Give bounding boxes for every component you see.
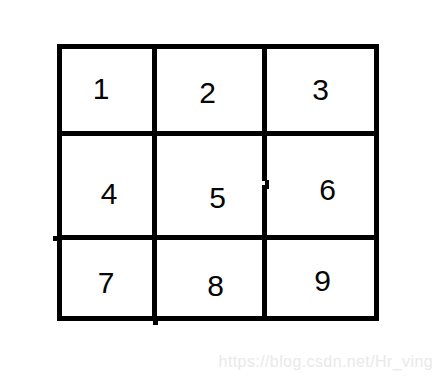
cell-r3c1: 7 [62,240,152,316]
canvas: 1 2 3 4 5 6 7 8 9 https://blog.csdn.net/… [0,0,442,379]
cell-value: 5 [209,183,226,213]
cell-value: 2 [199,78,216,108]
cell-r2c2: 5 [157,136,262,235]
cell-r1c3: 3 [267,49,374,131]
cell-value: 1 [93,74,110,104]
cell-value: 9 [314,266,331,296]
cell-r1c2: 2 [157,49,262,131]
cell-r2c1: 4 [62,136,152,235]
cell-value: 3 [312,75,329,105]
cell-r3c3: 9 [267,240,374,316]
cell-r3c2: 8 [157,240,262,316]
watermark-url: https://blog.csdn.net/Hr_ving [219,353,433,371]
cell-r2c3: 6 [267,136,374,235]
cell-value: 6 [319,175,336,205]
line-jog-artifact [267,180,269,189]
line-gap-artifact [262,181,265,185]
cell-value: 8 [207,271,224,301]
cell-value: 4 [101,179,118,209]
cell-r1c1: 1 [62,49,152,131]
line-overshoot-left-artifact [53,236,58,241]
cell-value: 7 [98,268,115,298]
line-overshoot-bottom-artifact [153,321,158,325]
grid-board: 1 2 3 4 5 6 7 8 9 [57,44,379,321]
